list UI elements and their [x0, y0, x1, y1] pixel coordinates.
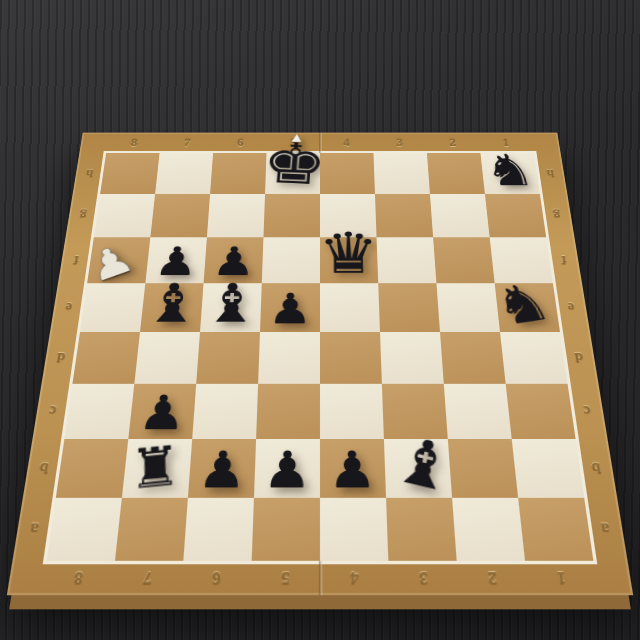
square-a6[interactable] [183, 498, 254, 561]
square-b4[interactable]: ♟ [320, 439, 386, 498]
square-b7[interactable]: ♜ [122, 439, 192, 498]
coord-label-3: 3 [373, 133, 427, 153]
black-pawn[interactable]: ♟ [328, 445, 378, 496]
table-background: 87654321 hgfedcba ♚▲♞♟♟♟♛♝♝♟♞♟♜♟♟♟♝ hgfe… [0, 0, 640, 640]
coord-label-5: 5 [250, 561, 320, 595]
white-pawn[interactable]: ♟ [83, 238, 139, 289]
playing-grid: ♚▲♞♟♟♟♛♝♝♟♞♟♜♟♟♟♝ [47, 153, 594, 561]
square-f5[interactable] [262, 237, 320, 283]
black-pawn[interactable]: ♟ [262, 445, 312, 496]
coord-label-3: 3 [388, 561, 459, 595]
square-b2[interactable] [448, 439, 518, 498]
square-e3[interactable] [378, 283, 440, 332]
square-g3[interactable] [375, 194, 433, 237]
square-a4[interactable] [320, 498, 388, 561]
white-finial-tip: ▲ [291, 132, 302, 142]
square-a5[interactable] [252, 498, 320, 561]
square-a8[interactable] [47, 498, 122, 561]
square-g1[interactable] [485, 194, 546, 237]
square-e7[interactable]: ♝ [140, 283, 204, 332]
board-surface: 87654321 hgfedcba ♚▲♞♟♟♟♛♝♝♟♞♟♜♟♟♟♝ hgfe… [7, 133, 633, 596]
black-pawn[interactable]: ♟ [196, 445, 247, 496]
square-c8[interactable] [64, 384, 134, 439]
square-a2[interactable] [452, 498, 525, 561]
square-d1[interactable] [500, 332, 568, 384]
square-h7[interactable] [155, 153, 213, 194]
square-g6[interactable] [207, 194, 265, 237]
square-b5[interactable]: ♟ [254, 439, 320, 498]
border-corner [79, 133, 109, 153]
square-d8[interactable] [72, 332, 140, 384]
square-e1[interactable]: ♞ [495, 283, 560, 332]
square-h3[interactable] [373, 153, 429, 194]
coord-label-8: 8 [106, 133, 162, 153]
square-d6[interactable] [196, 332, 260, 384]
coord-label-6: 6 [213, 133, 267, 153]
square-b8[interactable] [56, 439, 128, 498]
square-a3[interactable] [386, 498, 457, 561]
square-h1[interactable]: ♞ [480, 153, 539, 194]
black-queen[interactable]: ♛ [318, 225, 381, 282]
square-e4[interactable] [320, 283, 380, 332]
square-h2[interactable] [427, 153, 485, 194]
square-c2[interactable] [444, 384, 512, 439]
square-e8[interactable] [80, 283, 145, 332]
coord-label-2: 2 [425, 133, 480, 153]
square-h5[interactable]: ♚▲ [265, 153, 320, 194]
black-bishop[interactable]: ♝ [201, 277, 260, 331]
coord-label-1: 1 [525, 561, 598, 595]
square-g2[interactable] [430, 194, 490, 237]
square-f3[interactable] [377, 237, 437, 283]
square-b3[interactable]: ♝ [384, 439, 452, 498]
square-c6[interactable] [192, 384, 258, 439]
square-h4[interactable] [320, 153, 375, 194]
square-c7[interactable]: ♟ [128, 384, 196, 439]
square-c1[interactable] [506, 384, 576, 439]
border-corner [531, 133, 561, 153]
square-d3[interactable] [380, 332, 444, 384]
black-bishop[interactable]: ♝ [142, 277, 203, 331]
square-g5[interactable] [263, 194, 320, 237]
border-corner [593, 561, 633, 595]
coord-label-6: 6 [181, 561, 252, 595]
square-g8[interactable] [94, 194, 155, 237]
border-corner [7, 561, 47, 595]
coord-label-7: 7 [160, 133, 215, 153]
square-e5[interactable]: ♟ [260, 283, 320, 332]
coord-label-7: 7 [111, 561, 183, 595]
square-f4[interactable]: ♛ [320, 237, 378, 283]
square-d2[interactable] [440, 332, 506, 384]
square-f8[interactable]: ♟ [87, 237, 150, 283]
square-h8[interactable] [100, 153, 159, 194]
square-f2[interactable] [433, 237, 495, 283]
black-king[interactable]: ♚▲ [259, 135, 328, 193]
coord-label-4: 4 [320, 561, 390, 595]
square-d7[interactable] [134, 332, 200, 384]
black-knight[interactable]: ♞ [482, 149, 538, 193]
square-c4[interactable] [320, 384, 384, 439]
coord-edge-bottom: 87654321 [7, 561, 633, 595]
square-h6[interactable] [210, 153, 266, 194]
square-c5[interactable] [256, 384, 320, 439]
square-d4[interactable] [320, 332, 382, 384]
square-b1[interactable] [512, 439, 584, 498]
coord-label-2: 2 [457, 561, 529, 595]
black-pawn[interactable]: ♟ [268, 288, 313, 330]
square-g7[interactable] [150, 194, 210, 237]
square-a1[interactable] [518, 498, 593, 561]
square-a7[interactable] [115, 498, 188, 561]
black-rook[interactable]: ♜ [129, 439, 183, 499]
square-d5[interactable] [258, 332, 320, 384]
coord-label-8: 8 [42, 561, 115, 595]
black-pawn[interactable]: ♟ [137, 389, 188, 437]
square-b6[interactable]: ♟ [188, 439, 256, 498]
square-e6[interactable]: ♝ [200, 283, 262, 332]
chess-board: 87654321 hgfedcba ♚▲♞♟♟♟♛♝♝♟♞♟♜♟♟♟♝ hgfe… [7, 133, 633, 596]
